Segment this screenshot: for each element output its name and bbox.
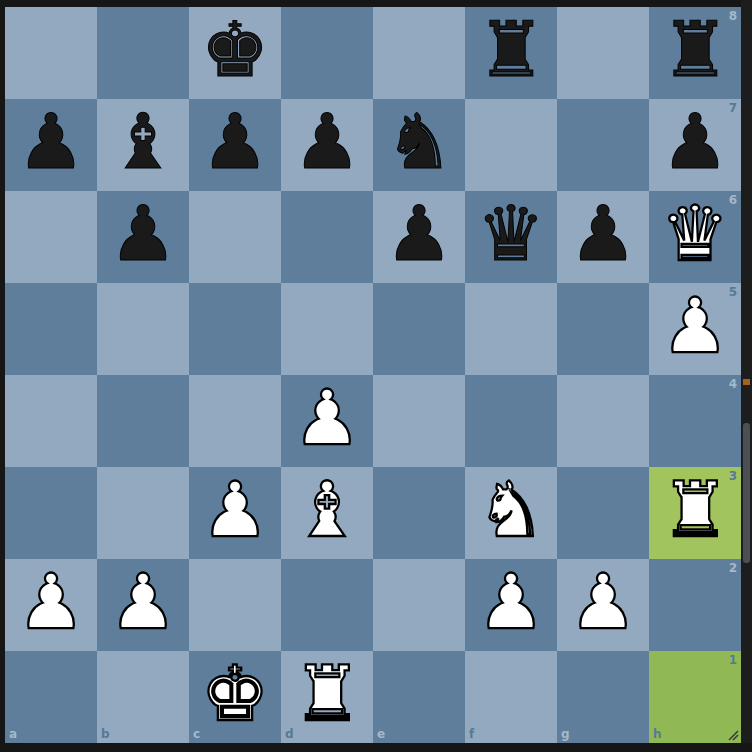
square-g4[interactable] <box>557 375 649 467</box>
file-label-a: a <box>9 728 17 740</box>
square-a1[interactable]: a <box>5 651 97 743</box>
piece-black-pawn[interactable]: ♟ <box>385 188 453 280</box>
square-b5[interactable] <box>97 283 189 375</box>
piece-white-knight[interactable]: ♞ <box>477 464 545 556</box>
square-e3[interactable] <box>373 467 465 559</box>
square-b7[interactable]: ♝ <box>97 99 189 191</box>
piece-white-pawn[interactable]: ♟ <box>17 556 85 648</box>
piece-white-rook[interactable]: ♜ <box>661 464 729 556</box>
rank-label-2: 2 <box>729 562 737 574</box>
piece-white-queen[interactable]: ♛ <box>661 188 729 280</box>
square-c7[interactable]: ♟ <box>189 99 281 191</box>
piece-black-pawn[interactable]: ♟ <box>109 188 177 280</box>
square-h5[interactable]: 5♟ <box>649 283 741 375</box>
square-b6[interactable]: ♟ <box>97 191 189 283</box>
square-c2[interactable] <box>189 559 281 651</box>
square-f2[interactable]: ♟ <box>465 559 557 651</box>
square-c5[interactable] <box>189 283 281 375</box>
file-label-c: c <box>193 728 200 740</box>
board-bottom-frame <box>0 743 752 752</box>
square-a2[interactable]: ♟ <box>5 559 97 651</box>
rank-label-5: 5 <box>729 286 737 298</box>
square-g3[interactable] <box>557 467 649 559</box>
rank-label-7: 7 <box>729 102 737 114</box>
file-label-h: h <box>653 728 662 740</box>
square-e8[interactable] <box>373 7 465 99</box>
square-c3[interactable]: ♟ <box>189 467 281 559</box>
file-label-g: g <box>561 728 570 740</box>
piece-black-king[interactable]: ♚ <box>201 4 269 96</box>
piece-white-pawn[interactable]: ♟ <box>293 372 361 464</box>
square-a3[interactable] <box>5 467 97 559</box>
square-d5[interactable] <box>281 283 373 375</box>
square-h1[interactable]: 1h <box>649 651 741 743</box>
square-b1[interactable]: b <box>97 651 189 743</box>
square-e1[interactable]: e <box>373 651 465 743</box>
piece-black-knight[interactable]: ♞ <box>385 96 453 188</box>
square-f1[interactable]: f <box>465 651 557 743</box>
square-c1[interactable]: c♚ <box>189 651 281 743</box>
piece-white-pawn[interactable]: ♟ <box>477 556 545 648</box>
piece-white-bishop[interactable]: ♝ <box>293 464 361 556</box>
square-f8[interactable]: ♜ <box>465 7 557 99</box>
square-e7[interactable]: ♞ <box>373 99 465 191</box>
piece-white-pawn[interactable]: ♟ <box>201 464 269 556</box>
square-f7[interactable] <box>465 99 557 191</box>
square-f3[interactable]: ♞ <box>465 467 557 559</box>
piece-black-rook[interactable]: ♜ <box>477 4 545 96</box>
square-d1[interactable]: d♜ <box>281 651 373 743</box>
square-a7[interactable]: ♟ <box>5 99 97 191</box>
square-h6[interactable]: 6♛ <box>649 191 741 283</box>
piece-black-bishop[interactable]: ♝ <box>109 96 177 188</box>
square-d2[interactable] <box>281 559 373 651</box>
rank-label-4: 4 <box>729 378 737 390</box>
square-g7[interactable] <box>557 99 649 191</box>
square-c6[interactable] <box>189 191 281 283</box>
square-a6[interactable] <box>5 191 97 283</box>
square-g5[interactable] <box>557 283 649 375</box>
square-d3[interactable]: ♝ <box>281 467 373 559</box>
square-h8[interactable]: 8♜ <box>649 7 741 99</box>
square-b8[interactable] <box>97 7 189 99</box>
piece-white-rook[interactable]: ♜ <box>293 648 361 740</box>
piece-black-pawn[interactable]: ♟ <box>661 96 729 188</box>
piece-black-pawn[interactable]: ♟ <box>17 96 85 188</box>
rank-label-6: 6 <box>729 194 737 206</box>
scrollbar-thumb[interactable] <box>743 423 750 563</box>
square-e2[interactable] <box>373 559 465 651</box>
scrollbar-marker <box>743 379 750 385</box>
square-b2[interactable]: ♟ <box>97 559 189 651</box>
square-a5[interactable] <box>5 283 97 375</box>
piece-black-pawn[interactable]: ♟ <box>293 96 361 188</box>
piece-white-pawn[interactable]: ♟ <box>109 556 177 648</box>
square-e4[interactable] <box>373 375 465 467</box>
square-d8[interactable] <box>281 7 373 99</box>
square-b3[interactable] <box>97 467 189 559</box>
piece-white-king[interactable]: ♚ <box>201 648 269 740</box>
piece-black-rook[interactable]: ♜ <box>661 4 729 96</box>
square-e5[interactable] <box>373 283 465 375</box>
square-f4[interactable] <box>465 375 557 467</box>
square-f6[interactable]: ♛ <box>465 191 557 283</box>
piece-white-pawn[interactable]: ♟ <box>661 280 729 372</box>
rank-label-8: 8 <box>729 10 737 22</box>
rank-label-1: 1 <box>729 654 737 666</box>
square-h3[interactable]: 3♜ <box>649 467 741 559</box>
square-a4[interactable] <box>5 375 97 467</box>
square-g6[interactable]: ♟ <box>557 191 649 283</box>
chess-board-container: ♚♜8♜♟♝♟♟♞7♟♟♟♛♟6♛5♟♟4♟♝♞3♜♟♟♟♟2abc♚d♜efg… <box>0 0 752 752</box>
square-f5[interactable] <box>465 283 557 375</box>
piece-black-pawn[interactable]: ♟ <box>201 96 269 188</box>
square-h4[interactable]: 4 <box>649 375 741 467</box>
rank-label-3: 3 <box>729 470 737 482</box>
square-h2[interactable]: 2 <box>649 559 741 651</box>
square-d4[interactable]: ♟ <box>281 375 373 467</box>
piece-black-pawn[interactable]: ♟ <box>569 188 637 280</box>
file-label-e: e <box>377 728 385 740</box>
file-label-f: f <box>469 728 474 740</box>
board-resize-handle-icon[interactable] <box>725 727 739 741</box>
scrollbar-track[interactable] <box>741 0 752 752</box>
square-g1[interactable]: g <box>557 651 649 743</box>
square-h7[interactable]: 7♟ <box>649 99 741 191</box>
square-a8[interactable] <box>5 7 97 99</box>
piece-black-queen[interactable]: ♛ <box>477 188 545 280</box>
square-e6[interactable]: ♟ <box>373 191 465 283</box>
square-d6[interactable] <box>281 191 373 283</box>
square-b4[interactable] <box>97 375 189 467</box>
square-c8[interactable]: ♚ <box>189 7 281 99</box>
square-g2[interactable]: ♟ <box>557 559 649 651</box>
square-c4[interactable] <box>189 375 281 467</box>
file-label-b: b <box>101 728 110 740</box>
piece-white-pawn[interactable]: ♟ <box>569 556 637 648</box>
chess-board: ♚♜8♜♟♝♟♟♞7♟♟♟♛♟6♛5♟♟4♟♝♞3♜♟♟♟♟2abc♚d♜efg… <box>5 7 741 743</box>
square-d7[interactable]: ♟ <box>281 99 373 191</box>
square-g8[interactable] <box>557 7 649 99</box>
